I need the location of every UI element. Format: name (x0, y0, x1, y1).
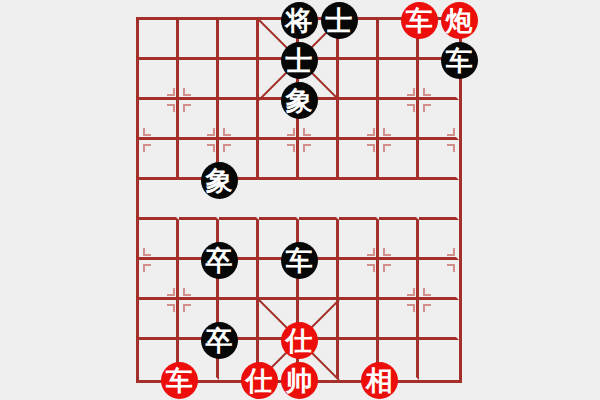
red-elephant[interactable]: 相 (361, 362, 398, 399)
red-chariot[interactable]: 车 (161, 362, 198, 399)
black-soldier[interactable]: 卒 (201, 322, 238, 359)
black-soldier[interactable]: 卒 (201, 242, 238, 279)
red-advisor[interactable]: 仕 (281, 322, 318, 359)
black-chariot[interactable]: 车 (441, 42, 478, 79)
red-advisor[interactable]: 仕 (241, 362, 278, 399)
black-elephant[interactable]: 象 (201, 162, 238, 199)
red-chariot[interactable]: 车 (401, 2, 438, 39)
xiangqi-board[interactable]: 将士车炮士车象象卒车卒仕车仕帅相 (136, 17, 462, 383)
red-general[interactable]: 帅 (281, 362, 318, 399)
page-background: 将士车炮士车象象卒车卒仕车仕帅相 (0, 0, 600, 400)
black-advisor[interactable]: 士 (321, 2, 358, 39)
black-general[interactable]: 将 (281, 2, 318, 39)
black-advisor[interactable]: 士 (281, 42, 318, 79)
red-cannon[interactable]: 炮 (441, 2, 478, 39)
black-elephant[interactable]: 象 (281, 82, 318, 119)
pieces-layer: 将士车炮士车象象卒车卒仕车仕帅相 (139, 20, 459, 380)
black-chariot[interactable]: 车 (281, 242, 318, 279)
